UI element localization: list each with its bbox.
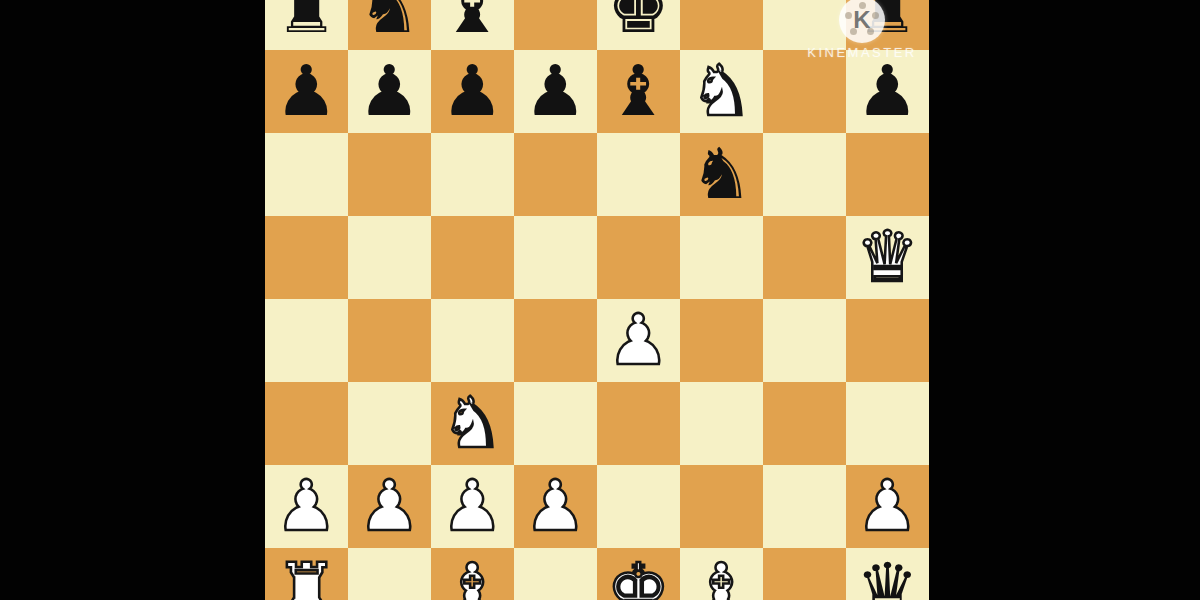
square-f4[interactable] [680,299,763,382]
square-g6[interactable] [763,133,846,216]
square-d3[interactable] [514,382,597,465]
piece-black-rook: ♜ [275,0,338,50]
piece-white-pawn: ♟ [358,465,421,548]
square-a8[interactable]: ♜ [265,0,348,50]
square-d6[interactable] [514,133,597,216]
square-g7[interactable] [763,50,846,133]
piece-white-knight: ♞ [690,50,753,133]
piece-white-pawn: ♟ [856,465,919,548]
square-e1[interactable]: ♚ [597,548,680,600]
piece-white-bishop: ♝ [441,548,504,600]
piece-white-rook: ♜ [275,548,338,600]
square-d5[interactable] [514,216,597,299]
square-a1[interactable]: ♜ [265,548,348,600]
square-c6[interactable] [431,133,514,216]
square-a5[interactable] [265,216,348,299]
square-d4[interactable] [514,299,597,382]
square-h7[interactable]: ♟ [846,50,929,133]
square-f7[interactable]: ♞ [680,50,763,133]
video-frame: ♜♞♝♚♜♟♟♟♟♝♞♟♞♛♟♞♟♟♟♟♟♜♝♚♝♛ K KINEMASTER [0,0,1200,600]
piece-white-knight: ♞ [441,382,504,465]
square-g3[interactable] [763,382,846,465]
square-c1[interactable]: ♝ [431,548,514,600]
square-e2[interactable] [597,465,680,548]
square-e6[interactable] [597,133,680,216]
square-a6[interactable] [265,133,348,216]
square-f2[interactable] [680,465,763,548]
piece-white-pawn: ♟ [524,465,587,548]
square-f3[interactable] [680,382,763,465]
chess-board: ♜♞♝♚♜♟♟♟♟♝♞♟♞♛♟♞♟♟♟♟♟♜♝♚♝♛ [265,0,929,600]
square-d8[interactable] [514,0,597,50]
piece-white-bishop: ♝ [690,548,753,600]
piece-black-pawn: ♟ [275,50,338,133]
piece-white-queen: ♛ [856,216,919,299]
square-d2[interactable]: ♟ [514,465,597,548]
piece-black-bishop: ♝ [441,0,504,50]
piece-black-bishop: ♝ [607,50,670,133]
square-g1[interactable] [763,548,846,600]
piece-white-pawn: ♟ [441,465,504,548]
square-c7[interactable]: ♟ [431,50,514,133]
square-e5[interactable] [597,216,680,299]
square-g5[interactable] [763,216,846,299]
square-e3[interactable] [597,382,680,465]
piece-black-queen: ♛ [856,548,919,600]
square-a3[interactable] [265,382,348,465]
piece-black-pawn: ♟ [358,50,421,133]
square-b8[interactable]: ♞ [348,0,431,50]
square-b4[interactable] [348,299,431,382]
piece-black-knight: ♞ [690,133,753,216]
square-d1[interactable] [514,548,597,600]
piece-black-knight: ♞ [358,0,421,50]
square-b1[interactable] [348,548,431,600]
square-c4[interactable] [431,299,514,382]
square-c2[interactable]: ♟ [431,465,514,548]
square-h5[interactable]: ♛ [846,216,929,299]
square-f8[interactable] [680,0,763,50]
piece-white-king: ♚ [607,548,670,600]
square-c8[interactable]: ♝ [431,0,514,50]
square-h4[interactable] [846,299,929,382]
piece-black-pawn: ♟ [441,50,504,133]
square-c5[interactable] [431,216,514,299]
square-d7[interactable]: ♟ [514,50,597,133]
square-g8[interactable] [763,0,846,50]
piece-black-pawn: ♟ [524,50,587,133]
square-g4[interactable] [763,299,846,382]
square-f1[interactable]: ♝ [680,548,763,600]
square-g2[interactable] [763,465,846,548]
square-h8[interactable]: ♜ [846,0,929,50]
square-e7[interactable]: ♝ [597,50,680,133]
square-a4[interactable] [265,299,348,382]
square-b6[interactable] [348,133,431,216]
square-a7[interactable]: ♟ [265,50,348,133]
square-a2[interactable]: ♟ [265,465,348,548]
piece-black-king: ♚ [607,0,670,50]
square-f5[interactable] [680,216,763,299]
square-e8[interactable]: ♚ [597,0,680,50]
square-h1[interactable]: ♛ [846,548,929,600]
square-h6[interactable] [846,133,929,216]
square-c3[interactable]: ♞ [431,382,514,465]
piece-white-pawn: ♟ [275,465,338,548]
piece-black-pawn: ♟ [856,50,919,133]
square-b5[interactable] [348,216,431,299]
square-f6[interactable]: ♞ [680,133,763,216]
square-b3[interactable] [348,382,431,465]
square-b7[interactable]: ♟ [348,50,431,133]
square-b2[interactable]: ♟ [348,465,431,548]
piece-black-rook: ♜ [856,0,919,50]
square-h3[interactable] [846,382,929,465]
piece-white-pawn: ♟ [607,299,670,382]
square-e4[interactable]: ♟ [597,299,680,382]
square-h2[interactable]: ♟ [846,465,929,548]
